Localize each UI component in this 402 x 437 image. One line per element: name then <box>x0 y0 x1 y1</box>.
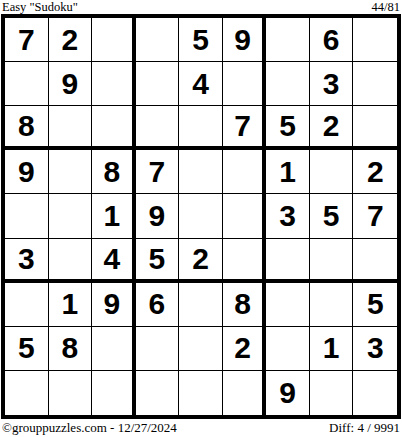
cell-r2c4[interactable] <box>136 62 180 106</box>
cell-r9c3[interactable] <box>92 371 136 415</box>
page-footer: ©grouppuzzles.com - 12/27/2024 Diff: 4 /… <box>0 421 402 435</box>
puzzle-title: Easy "Sudoku" <box>2 1 78 14</box>
cell-r2c2: 9 <box>49 62 93 106</box>
cell-r6c6[interactable] <box>223 239 267 283</box>
cell-r6c5: 2 <box>179 239 223 283</box>
cell-r8c3[interactable] <box>92 327 136 371</box>
cell-r1c3[interactable] <box>92 18 136 62</box>
cell-r5c6[interactable] <box>223 194 267 238</box>
cell-r5c3: 1 <box>92 194 136 238</box>
cell-r3c2[interactable] <box>49 106 93 150</box>
cell-r1c9[interactable] <box>353 18 397 62</box>
cell-r9c6[interactable] <box>223 371 267 415</box>
blank-cell-counter: 44/81 <box>372 1 400 14</box>
cell-r7c6: 8 <box>223 283 267 327</box>
cell-r6c9[interactable] <box>353 239 397 283</box>
cell-r5c4: 9 <box>136 194 180 238</box>
cell-r8c2: 8 <box>49 327 93 371</box>
cell-r3c9[interactable] <box>353 106 397 150</box>
page-header: Easy "Sudoku" 44/81 <box>0 0 402 14</box>
cell-r4c9: 2 <box>353 150 397 194</box>
cell-r1c1: 7 <box>5 18 49 62</box>
cell-r2c1[interactable] <box>5 62 49 106</box>
cell-r9c7: 9 <box>266 371 310 415</box>
cell-r7c2: 1 <box>49 283 93 327</box>
cell-r6c8[interactable] <box>310 239 354 283</box>
cell-r8c1: 5 <box>5 327 49 371</box>
cell-r3c4[interactable] <box>136 106 180 150</box>
cell-r2c8: 3 <box>310 62 354 106</box>
sudoku-grid: 7259694387529871219357345219685582139 <box>1 14 401 419</box>
cell-r3c7: 5 <box>266 106 310 150</box>
cell-r6c4: 5 <box>136 239 180 283</box>
cell-r4c7: 1 <box>266 150 310 194</box>
difficulty-text: Diff: 4 / 9991 <box>329 421 400 435</box>
cell-r2c7[interactable] <box>266 62 310 106</box>
cell-r5c8: 5 <box>310 194 354 238</box>
cell-r4c5[interactable] <box>179 150 223 194</box>
cell-r2c9[interactable] <box>353 62 397 106</box>
cell-r9c9[interactable] <box>353 371 397 415</box>
cell-r1c4[interactable] <box>136 18 180 62</box>
cell-r9c4[interactable] <box>136 371 180 415</box>
cell-r1c7[interactable] <box>266 18 310 62</box>
cell-r9c8[interactable] <box>310 371 354 415</box>
cell-r9c1[interactable] <box>5 371 49 415</box>
cell-r5c9: 7 <box>353 194 397 238</box>
cell-r1c5: 5 <box>179 18 223 62</box>
cell-r7c5[interactable] <box>179 283 223 327</box>
cell-r2c3[interactable] <box>92 62 136 106</box>
cell-r4c8[interactable] <box>310 150 354 194</box>
cell-r7c3: 9 <box>92 283 136 327</box>
cell-r1c8: 6 <box>310 18 354 62</box>
cell-r6c1: 3 <box>5 239 49 283</box>
cell-r4c1: 9 <box>5 150 49 194</box>
cell-r7c8[interactable] <box>310 283 354 327</box>
cell-r3c5[interactable] <box>179 106 223 150</box>
cell-r2c6[interactable] <box>223 62 267 106</box>
cell-r3c3[interactable] <box>92 106 136 150</box>
cell-r8c5[interactable] <box>179 327 223 371</box>
cell-r3c6: 7 <box>223 106 267 150</box>
cell-r7c4: 6 <box>136 283 180 327</box>
cell-r8c4[interactable] <box>136 327 180 371</box>
cell-r3c1: 8 <box>5 106 49 150</box>
cell-r5c2[interactable] <box>49 194 93 238</box>
cell-r1c2: 2 <box>49 18 93 62</box>
cell-r7c1[interactable] <box>5 283 49 327</box>
cell-r5c7: 3 <box>266 194 310 238</box>
cell-r8c7[interactable] <box>266 327 310 371</box>
cell-r5c5[interactable] <box>179 194 223 238</box>
cell-r6c2[interactable] <box>49 239 93 283</box>
cell-r4c4: 7 <box>136 150 180 194</box>
cell-r4c3: 8 <box>92 150 136 194</box>
copyright-text: ©grouppuzzles.com - 12/27/2024 <box>2 421 177 435</box>
cell-r8c6: 2 <box>223 327 267 371</box>
cell-r9c2[interactable] <box>49 371 93 415</box>
cell-r7c7[interactable] <box>266 283 310 327</box>
cell-r1c6: 9 <box>223 18 267 62</box>
cell-r7c9: 5 <box>353 283 397 327</box>
cell-r2c5: 4 <box>179 62 223 106</box>
cell-r3c8: 2 <box>310 106 354 150</box>
cell-r5c1[interactable] <box>5 194 49 238</box>
cell-r8c9: 3 <box>353 327 397 371</box>
cell-r6c3: 4 <box>92 239 136 283</box>
cell-r4c2[interactable] <box>49 150 93 194</box>
cell-r6c7[interactable] <box>266 239 310 283</box>
cell-r8c8: 1 <box>310 327 354 371</box>
cell-r4c6[interactable] <box>223 150 267 194</box>
cell-r9c5[interactable] <box>179 371 223 415</box>
